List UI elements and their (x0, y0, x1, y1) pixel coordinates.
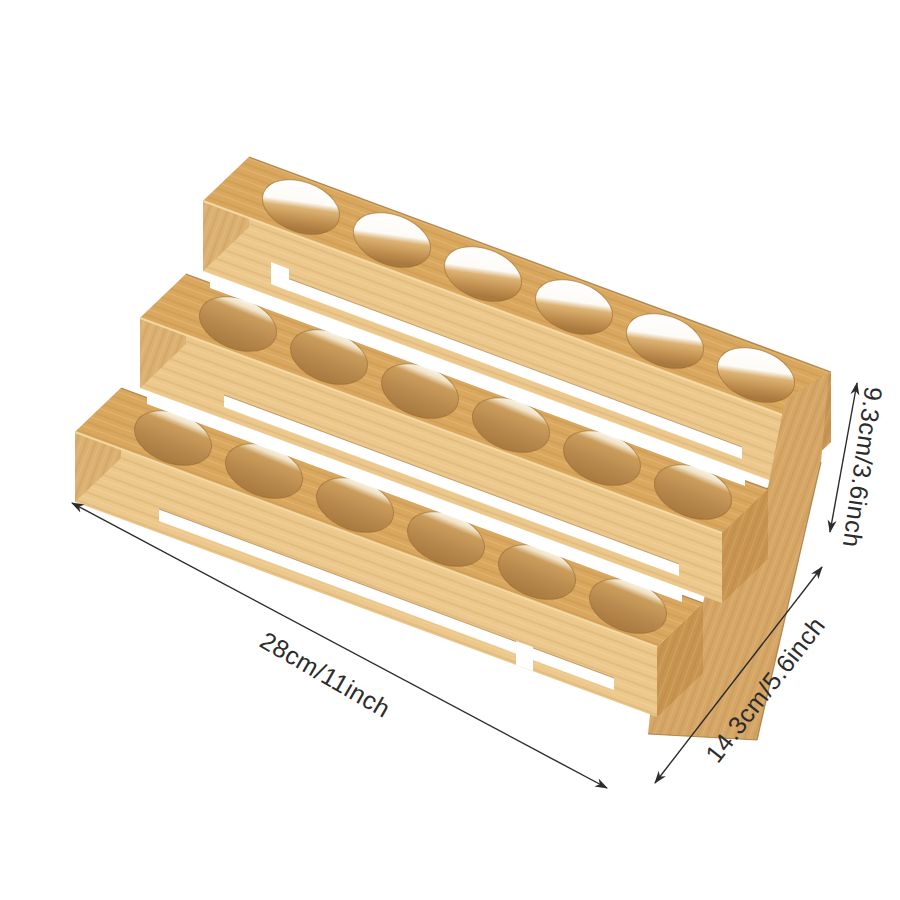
product-photo: 28cm/11inch 14.3cm/5.6inch 9.3cm/3.6inch (0, 0, 900, 900)
product-image: 28cm/11inch 14.3cm/5.6inch 9.3cm/3.6inch (0, 0, 900, 900)
dimension-label-length: 28cm/11inch (256, 626, 396, 723)
dimension-height: 9.3cm/3.6inch (830, 383, 888, 549)
rack-illustration (75, 157, 831, 740)
dimension-label-height: 9.3cm/3.6inch (838, 385, 888, 549)
